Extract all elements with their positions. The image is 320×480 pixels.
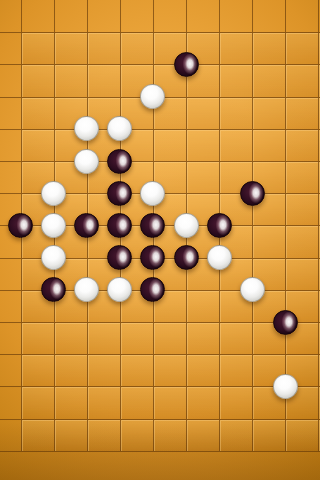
white-stone: [107, 116, 132, 141]
black-stone: [174, 52, 199, 77]
black-stone: [74, 213, 99, 238]
black-stone: [107, 181, 132, 206]
black-stone: [107, 245, 132, 270]
white-stone: [74, 116, 99, 141]
white-stone: [273, 374, 298, 399]
black-stone: [240, 181, 265, 206]
white-stone: [74, 277, 99, 302]
black-stone: [107, 149, 132, 174]
black-stone: [140, 213, 165, 238]
white-stone: [41, 245, 66, 270]
white-stone: [107, 277, 132, 302]
black-stone: [8, 213, 33, 238]
black-stone: [174, 245, 199, 270]
game-screen: [0, 0, 320, 480]
black-stone: [140, 245, 165, 270]
stones-layer: [0, 0, 320, 480]
white-stone: [174, 213, 199, 238]
gomoku-board[interactable]: [0, 0, 320, 480]
black-stone: [107, 213, 132, 238]
white-stone: [240, 277, 265, 302]
white-stone: [140, 181, 165, 206]
black-stone: [41, 277, 66, 302]
black-stone: [140, 277, 165, 302]
black-stone: [273, 310, 298, 335]
white-stone: [140, 84, 165, 109]
black-stone: [207, 213, 232, 238]
white-stone: [41, 181, 66, 206]
white-stone: [41, 213, 66, 238]
white-stone: [207, 245, 232, 270]
white-stone: [74, 149, 99, 174]
